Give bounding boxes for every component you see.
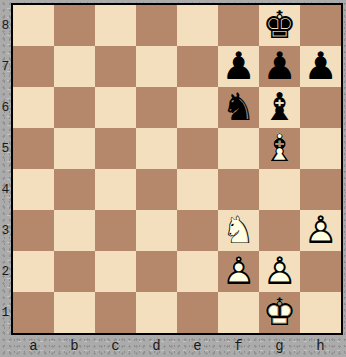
rank-label-4: 4 <box>0 169 11 210</box>
king-glyph-outline: ♔ <box>259 292 300 333</box>
square-a6[interactable] <box>13 87 54 128</box>
pawn-glyph-outline: ♙ <box>218 251 259 292</box>
pawn-glyph: ♟ <box>300 46 341 87</box>
pawn-glyph: ♟ <box>218 46 259 87</box>
rank-label-5: 5 <box>0 128 11 169</box>
square-b4[interactable] <box>54 169 95 210</box>
file-label-g: g <box>259 335 300 357</box>
file-label-a: a <box>13 335 54 357</box>
square-b6[interactable] <box>54 87 95 128</box>
file-label-b: b <box>54 335 95 357</box>
rank-label-6: 6 <box>0 87 11 128</box>
piece-black-king-g8[interactable]: ♚ <box>259 5 300 46</box>
knight-glyph: ♞ <box>218 87 259 128</box>
square-d2[interactable] <box>136 251 177 292</box>
square-g5[interactable]: ♝♗ <box>259 128 300 169</box>
file-labels: abcdefgh <box>13 335 341 357</box>
square-h8[interactable] <box>300 5 341 46</box>
piece-black-knight-f6[interactable]: ♞ <box>218 87 259 128</box>
square-g6[interactable]: ♝ <box>259 87 300 128</box>
square-e7[interactable] <box>177 46 218 87</box>
square-h6[interactable] <box>300 87 341 128</box>
file-label-h: h <box>300 335 341 357</box>
piece-white-knight-f3[interactable]: ♞♘ <box>218 210 259 251</box>
square-d4[interactable] <box>136 169 177 210</box>
file-label-e: e <box>177 335 218 357</box>
piece-white-bishop-g5[interactable]: ♝♗ <box>259 128 300 169</box>
square-f8[interactable] <box>218 5 259 46</box>
square-f1[interactable] <box>218 292 259 333</box>
square-b5[interactable] <box>54 128 95 169</box>
square-g4[interactable] <box>259 169 300 210</box>
piece-black-pawn-g7[interactable]: ♟ <box>259 46 300 87</box>
square-h5[interactable] <box>300 128 341 169</box>
square-b8[interactable] <box>54 5 95 46</box>
chessboard-frame: ♚♟♟♟♞♝♝♗♞♘♟♙♟♙♟♙♚♔ <box>11 3 343 335</box>
square-d8[interactable] <box>136 5 177 46</box>
square-c2[interactable] <box>95 251 136 292</box>
square-f3[interactable]: ♞♘ <box>218 210 259 251</box>
square-e3[interactable] <box>177 210 218 251</box>
piece-black-bishop-g6[interactable]: ♝ <box>259 87 300 128</box>
square-a1[interactable] <box>13 292 54 333</box>
king-glyph: ♚ <box>259 5 300 46</box>
square-e4[interactable] <box>177 169 218 210</box>
square-a8[interactable] <box>13 5 54 46</box>
square-d6[interactable] <box>136 87 177 128</box>
square-g8[interactable]: ♚ <box>259 5 300 46</box>
pawn-glyph-outline: ♙ <box>300 210 341 251</box>
piece-black-pawn-h7[interactable]: ♟ <box>300 46 341 87</box>
square-g3[interactable] <box>259 210 300 251</box>
piece-white-pawn-f2[interactable]: ♟♙ <box>218 251 259 292</box>
square-f4[interactable] <box>218 169 259 210</box>
square-b2[interactable] <box>54 251 95 292</box>
square-h1[interactable] <box>300 292 341 333</box>
square-g7[interactable]: ♟ <box>259 46 300 87</box>
square-c5[interactable] <box>95 128 136 169</box>
square-b7[interactable] <box>54 46 95 87</box>
square-e8[interactable] <box>177 5 218 46</box>
square-c7[interactable] <box>95 46 136 87</box>
square-a7[interactable] <box>13 46 54 87</box>
file-label-c: c <box>95 335 136 357</box>
piece-white-king-g1[interactable]: ♚♔ <box>259 292 300 333</box>
square-c4[interactable] <box>95 169 136 210</box>
square-h2[interactable] <box>300 251 341 292</box>
square-f6[interactable]: ♞ <box>218 87 259 128</box>
square-g1[interactable]: ♚♔ <box>259 292 300 333</box>
square-c8[interactable] <box>95 5 136 46</box>
square-b3[interactable] <box>54 210 95 251</box>
knight-glyph-outline: ♘ <box>218 210 259 251</box>
square-f2[interactable]: ♟♙ <box>218 251 259 292</box>
square-e6[interactable] <box>177 87 218 128</box>
file-label-d: d <box>136 335 177 357</box>
rank-label-3: 3 <box>0 210 11 251</box>
square-e1[interactable] <box>177 292 218 333</box>
chessboard: ♚♟♟♟♞♝♝♗♞♘♟♙♟♙♟♙♚♔ <box>13 5 341 333</box>
file-label-f: f <box>218 335 259 357</box>
piece-white-pawn-h3[interactable]: ♟♙ <box>300 210 341 251</box>
rank-label-2: 2 <box>0 251 11 292</box>
square-d1[interactable] <box>136 292 177 333</box>
square-h3[interactable]: ♟♙ <box>300 210 341 251</box>
square-h4[interactable] <box>300 169 341 210</box>
square-e2[interactable] <box>177 251 218 292</box>
rank-label-1: 1 <box>0 292 11 333</box>
square-g2[interactable]: ♟♙ <box>259 251 300 292</box>
bishop-glyph: ♝ <box>259 87 300 128</box>
square-d7[interactable] <box>136 46 177 87</box>
square-b1[interactable] <box>54 292 95 333</box>
square-c6[interactable] <box>95 87 136 128</box>
rank-label-8: 8 <box>0 5 11 46</box>
square-c1[interactable] <box>95 292 136 333</box>
bishop-glyph-outline: ♗ <box>259 128 300 169</box>
square-d3[interactable] <box>136 210 177 251</box>
piece-white-pawn-g2[interactable]: ♟♙ <box>259 251 300 292</box>
chessboard-window: 87654321 ♚♟♟♟♞♝♝♗♞♘♟♙♟♙♟♙♚♔ abcdefgh <box>0 0 346 357</box>
square-a5[interactable] <box>13 128 54 169</box>
square-a4[interactable] <box>13 169 54 210</box>
rank-labels: 87654321 <box>0 5 11 333</box>
pawn-glyph: ♟ <box>259 46 300 87</box>
square-c3[interactable] <box>95 210 136 251</box>
square-h7[interactable]: ♟ <box>300 46 341 87</box>
piece-black-pawn-f7[interactable]: ♟ <box>218 46 259 87</box>
square-e5[interactable] <box>177 128 218 169</box>
rank-label-7: 7 <box>0 46 11 87</box>
square-f5[interactable] <box>218 128 259 169</box>
pawn-glyph-outline: ♙ <box>259 251 300 292</box>
square-a3[interactable] <box>13 210 54 251</box>
square-f7[interactable]: ♟ <box>218 46 259 87</box>
square-a2[interactable] <box>13 251 54 292</box>
square-d5[interactable] <box>136 128 177 169</box>
